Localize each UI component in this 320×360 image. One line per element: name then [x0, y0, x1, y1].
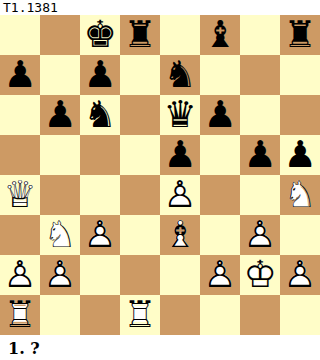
- square-h4[interactable]: ♞♘: [280, 175, 320, 215]
- square-b5[interactable]: [40, 135, 80, 175]
- square-a3[interactable]: [0, 215, 40, 255]
- square-f4[interactable]: [200, 175, 240, 215]
- square-a6[interactable]: [0, 95, 40, 135]
- black-knight: ♞: [160, 55, 200, 95]
- black-pawn: ♟: [280, 135, 320, 175]
- square-e6[interactable]: ♛: [160, 95, 200, 135]
- square-a5[interactable]: [0, 135, 40, 175]
- square-c2[interactable]: [80, 255, 120, 295]
- move-prompt: 1. ?: [0, 335, 320, 360]
- black-rook: ♜: [120, 15, 160, 55]
- square-g7[interactable]: [240, 55, 280, 95]
- white-king: ♔: [240, 255, 280, 295]
- square-f8[interactable]: ♝: [200, 15, 240, 55]
- square-c4[interactable]: [80, 175, 120, 215]
- chess-board: ♚♜♝♜♟♟♞♟♞♛♟♟♟♟♛♕♟♙♞♘♞♘♟♙♝♗♟♙♟♙♟♙♟♙♚♔♟♙♜♖…: [0, 15, 320, 335]
- square-f2[interactable]: ♟♙: [200, 255, 240, 295]
- square-a2[interactable]: ♟♙: [0, 255, 40, 295]
- black-queen: ♛: [160, 95, 200, 135]
- square-b4[interactable]: [40, 175, 80, 215]
- black-pawn: ♟: [240, 135, 280, 175]
- square-d7[interactable]: [120, 55, 160, 95]
- black-pawn: ♟: [200, 95, 240, 135]
- square-h2[interactable]: ♟♙: [280, 255, 320, 295]
- square-d3[interactable]: [120, 215, 160, 255]
- square-c3[interactable]: ♟♙: [80, 215, 120, 255]
- square-d4[interactable]: [120, 175, 160, 215]
- black-rook: ♜: [280, 15, 320, 55]
- black-pawn: ♟: [0, 55, 40, 95]
- square-b2[interactable]: ♟♙: [40, 255, 80, 295]
- square-g8[interactable]: [240, 15, 280, 55]
- black-bishop: ♝: [200, 15, 240, 55]
- square-h3[interactable]: [280, 215, 320, 255]
- white-pawn: ♙: [40, 255, 80, 295]
- square-h5[interactable]: ♟: [280, 135, 320, 175]
- square-c8[interactable]: ♚: [80, 15, 120, 55]
- square-f1[interactable]: [200, 295, 240, 335]
- square-c6[interactable]: ♞: [80, 95, 120, 135]
- square-e5[interactable]: ♟: [160, 135, 200, 175]
- white-pawn: ♙: [280, 255, 320, 295]
- square-h8[interactable]: ♜: [280, 15, 320, 55]
- square-f7[interactable]: [200, 55, 240, 95]
- white-pawn: ♙: [0, 255, 40, 295]
- square-g5[interactable]: ♟: [240, 135, 280, 175]
- white-bishop: ♗: [160, 215, 200, 255]
- square-g2[interactable]: ♚♔: [240, 255, 280, 295]
- square-g4[interactable]: [240, 175, 280, 215]
- square-c1[interactable]: [80, 295, 120, 335]
- square-d1[interactable]: ♜♖: [120, 295, 160, 335]
- black-pawn: ♟: [80, 55, 120, 95]
- square-g1[interactable]: [240, 295, 280, 335]
- square-b6[interactable]: ♟: [40, 95, 80, 135]
- square-f3[interactable]: [200, 215, 240, 255]
- square-f6[interactable]: ♟: [200, 95, 240, 135]
- square-b8[interactable]: [40, 15, 80, 55]
- white-pawn: ♙: [200, 255, 240, 295]
- square-a8[interactable]: [0, 15, 40, 55]
- white-queen: ♕: [0, 175, 40, 215]
- white-knight: ♘: [280, 175, 320, 215]
- square-b3[interactable]: ♞♘: [40, 215, 80, 255]
- white-rook: ♖: [120, 295, 160, 335]
- square-d6[interactable]: [120, 95, 160, 135]
- square-g6[interactable]: [240, 95, 280, 135]
- square-f5[interactable]: [200, 135, 240, 175]
- square-d2[interactable]: [120, 255, 160, 295]
- white-pawn: ♙: [80, 215, 120, 255]
- white-pawn: ♙: [240, 215, 280, 255]
- black-pawn: ♟: [160, 135, 200, 175]
- black-pawn: ♟: [40, 95, 80, 135]
- puzzle-title: T1.1381: [0, 0, 320, 15]
- black-king: ♚: [80, 15, 120, 55]
- square-a4[interactable]: ♛♕: [0, 175, 40, 215]
- white-knight: ♘: [40, 215, 80, 255]
- square-a7[interactable]: ♟: [0, 55, 40, 95]
- square-e1[interactable]: [160, 295, 200, 335]
- white-rook: ♖: [0, 295, 40, 335]
- square-g3[interactable]: ♟♙: [240, 215, 280, 255]
- square-d8[interactable]: ♜: [120, 15, 160, 55]
- square-b7[interactable]: [40, 55, 80, 95]
- square-e3[interactable]: ♝♗: [160, 215, 200, 255]
- black-knight: ♞: [80, 95, 120, 135]
- square-e7[interactable]: ♞: [160, 55, 200, 95]
- square-e2[interactable]: [160, 255, 200, 295]
- square-h7[interactable]: [280, 55, 320, 95]
- square-c5[interactable]: [80, 135, 120, 175]
- square-e4[interactable]: ♟♙: [160, 175, 200, 215]
- white-pawn: ♙: [160, 175, 200, 215]
- square-d5[interactable]: [120, 135, 160, 175]
- square-h6[interactable]: [280, 95, 320, 135]
- square-b1[interactable]: [40, 295, 80, 335]
- square-h1[interactable]: [280, 295, 320, 335]
- square-a1[interactable]: ♜♖: [0, 295, 40, 335]
- square-c7[interactable]: ♟: [80, 55, 120, 95]
- square-e8[interactable]: [160, 15, 200, 55]
